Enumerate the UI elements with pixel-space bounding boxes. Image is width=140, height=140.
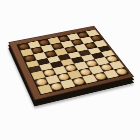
product-photo[interactable]: [19, 9, 119, 109]
checkers-board: [8, 25, 137, 101]
board-frame: [8, 26, 134, 101]
board-grid: [16, 30, 126, 95]
